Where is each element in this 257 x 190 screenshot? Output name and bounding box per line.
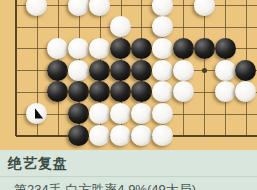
white-stone[interactable]: [89, 103, 110, 124]
black-stone[interactable]: [47, 60, 68, 81]
app-screenshot: 绝艺复盘 第234手 白方胜率4.9%(49大局): [0, 0, 257, 190]
white-stone[interactable]: [47, 38, 68, 59]
black-stone[interactable]: [131, 60, 152, 81]
white-stone[interactable]: [215, 60, 236, 81]
white-stone[interactable]: [152, 125, 173, 146]
last-move-triangle-marker: [31, 107, 44, 120]
ai-review-banner[interactable]: 绝艺复盘 第234手 白方胜率4.9%(49大局): [0, 150, 257, 190]
white-stone[interactable]: [110, 103, 131, 124]
white-stone[interactable]: [68, 38, 89, 59]
black-stone[interactable]: [215, 38, 236, 59]
white-stone[interactable]: [152, 81, 173, 102]
white-stone[interactable]: [173, 81, 194, 102]
white-stone-last-move[interactable]: [26, 103, 47, 124]
white-stone[interactable]: [110, 125, 131, 146]
white-stone[interactable]: [152, 60, 173, 81]
white-stone[interactable]: [89, 125, 110, 146]
black-stone[interactable]: [194, 38, 215, 59]
black-stone[interactable]: [47, 81, 68, 102]
black-stone[interactable]: [110, 60, 131, 81]
white-stone[interactable]: [152, 16, 173, 37]
black-stone[interactable]: [110, 81, 131, 102]
star-point: [202, 68, 207, 73]
white-stone[interactable]: [68, 0, 89, 16]
black-stone[interactable]: [110, 38, 131, 59]
black-stone[interactable]: [89, 81, 110, 102]
black-stone[interactable]: [131, 38, 152, 59]
white-stone[interactable]: [131, 125, 152, 146]
black-stone[interactable]: [68, 81, 89, 102]
review-panel-title: 绝艺复盘: [8, 155, 68, 173]
go-board[interactable]: [0, 0, 257, 150]
panel-divider: [0, 176, 257, 177]
grid-vline: [15, 0, 17, 136]
black-stone[interactable]: [173, 38, 194, 59]
white-stone[interactable]: [110, 16, 131, 37]
white-stone[interactable]: [173, 60, 194, 81]
white-stone[interactable]: [89, 38, 110, 59]
white-stone[interactable]: [26, 0, 47, 16]
white-stone[interactable]: [131, 103, 152, 124]
black-stone[interactable]: [235, 60, 256, 81]
white-stone[interactable]: [152, 103, 173, 124]
black-stone[interactable]: [68, 103, 89, 124]
grid-hline: [16, 5, 257, 6]
winrate-status-line: 第234手 白方胜率4.9%(49大局): [14, 181, 196, 190]
black-stone[interactable]: [131, 81, 152, 102]
black-stone[interactable]: [68, 125, 89, 146]
white-stone[interactable]: [68, 60, 89, 81]
white-stone[interactable]: [194, 0, 215, 16]
white-stone[interactable]: [152, 38, 173, 59]
white-stone[interactable]: [152, 0, 173, 16]
white-stone[interactable]: [235, 81, 256, 102]
black-stone[interactable]: [89, 60, 110, 81]
white-stone[interactable]: [89, 0, 110, 16]
grid-hline: [16, 27, 257, 28]
white-stone[interactable]: [215, 81, 236, 102]
